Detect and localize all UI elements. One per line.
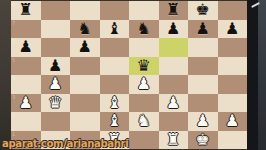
square-d8[interactable] <box>100 1 130 20</box>
piece-black-rook-a8[interactable]: ♜ <box>11 1 41 20</box>
square-d3[interactable]: ♝ <box>100 94 130 113</box>
square-a2[interactable]: 2 <box>11 112 41 131</box>
square-c2[interactable] <box>70 112 100 131</box>
piece-white-knight-e2[interactable]: ♞ <box>129 112 159 131</box>
square-c3[interactable] <box>70 94 100 113</box>
square-g5[interactable] <box>188 57 218 76</box>
square-d6[interactable] <box>100 38 130 57</box>
square-b3[interactable]: ♛ <box>41 94 71 113</box>
square-a5[interactable]: 5 <box>11 57 41 76</box>
piece-black-rook-f8[interactable]: ♜ <box>159 1 189 20</box>
square-d2[interactable]: ♝ <box>100 112 130 131</box>
video-frame: 8♜♜♚7♞♝♞♟♟♟6♟♟5♟♛4♟♟3♟♛♝♟2♝♞♟♟1♜♜♚ apara… <box>0 0 266 150</box>
piece-black-pawn-c6[interactable]: ♟ <box>70 38 100 57</box>
square-g3[interactable] <box>188 94 218 113</box>
piece-white-pawn-e4[interactable]: ♟ <box>129 75 159 94</box>
square-b6[interactable] <box>41 38 71 57</box>
square-a3[interactable]: 3♟ <box>11 94 41 113</box>
square-b7[interactable] <box>41 20 71 39</box>
square-h8[interactable] <box>218 1 248 20</box>
square-b2[interactable] <box>41 112 71 131</box>
square-f2[interactable] <box>159 112 189 131</box>
square-d4[interactable] <box>100 75 130 94</box>
piece-white-pawn-f3[interactable]: ♟ <box>159 94 189 113</box>
piece-white-king-g1[interactable]: ♚ <box>188 131 218 150</box>
piece-black-pawn-h7[interactable]: ♟ <box>218 20 248 39</box>
piece-black-king-g8[interactable]: ♚ <box>188 1 218 20</box>
piece-white-pawn-h2[interactable]: ♟ <box>218 112 248 131</box>
square-e4[interactable]: ♟ <box>129 75 159 94</box>
piece-white-bishop-d3[interactable]: ♝ <box>100 94 130 113</box>
square-f4[interactable] <box>159 75 189 94</box>
square-c8[interactable] <box>70 1 100 20</box>
square-h4[interactable] <box>218 75 248 94</box>
square-d7[interactable]: ♝ <box>100 20 130 39</box>
square-f7[interactable]: ♟ <box>159 20 189 39</box>
square-a4[interactable]: 4 <box>11 75 41 94</box>
square-g1[interactable]: ♚ <box>188 131 218 150</box>
square-h6[interactable] <box>218 38 248 57</box>
square-g7[interactable]: ♟ <box>188 20 218 39</box>
rank-label-7: 7 <box>12 20 15 26</box>
frame-right-bar <box>247 0 266 150</box>
piece-black-bishop-d7[interactable]: ♝ <box>100 20 130 39</box>
watermark: aparat.com/arianabahri <box>2 138 128 149</box>
square-e8[interactable] <box>129 1 159 20</box>
piece-white-rook-f1[interactable]: ♜ <box>159 131 189 150</box>
square-f3[interactable]: ♟ <box>159 94 189 113</box>
square-a8[interactable]: 8♜ <box>11 1 41 20</box>
square-a6[interactable]: 6♟ <box>11 38 41 57</box>
square-e3[interactable] <box>129 94 159 113</box>
piece-black-pawn-b5[interactable]: ♟ <box>41 57 71 76</box>
square-e5[interactable]: ♛ <box>129 57 159 76</box>
square-h1[interactable] <box>218 131 248 150</box>
square-e1[interactable] <box>129 131 159 150</box>
frame-right-edge <box>258 0 266 150</box>
rank-label-2: 2 <box>12 112 15 118</box>
piece-black-pawn-f7[interactable]: ♟ <box>159 20 189 39</box>
square-c7[interactable]: ♞ <box>70 20 100 39</box>
square-f8[interactable]: ♜ <box>159 1 189 20</box>
square-c6[interactable]: ♟ <box>70 38 100 57</box>
square-e2[interactable]: ♞ <box>129 112 159 131</box>
piece-black-pawn-g7[interactable]: ♟ <box>188 20 218 39</box>
chess-board: 8♜♜♚7♞♝♞♟♟♟6♟♟5♟♛4♟♟3♟♛♝♟2♝♞♟♟1♜♜♚ <box>11 1 247 149</box>
square-b8[interactable] <box>41 1 71 20</box>
piece-black-knight-c7[interactable]: ♞ <box>70 20 100 39</box>
square-h3[interactable] <box>218 94 248 113</box>
square-f5[interactable] <box>159 57 189 76</box>
piece-black-knight-e7[interactable]: ♞ <box>129 20 159 39</box>
square-b4[interactable]: ♟ <box>41 75 71 94</box>
square-g8[interactable]: ♚ <box>188 1 218 20</box>
piece-white-queen-b3[interactable]: ♛ <box>41 94 71 113</box>
rank-label-4: 4 <box>12 75 15 81</box>
rank-label-5: 5 <box>12 57 15 63</box>
piece-white-bishop-d2[interactable]: ♝ <box>100 112 130 131</box>
piece-black-queen-e5[interactable]: ♛ <box>129 57 159 76</box>
piece-white-pawn-g2[interactable]: ♟ <box>188 112 218 131</box>
square-g6[interactable] <box>188 38 218 57</box>
square-g2[interactable]: ♟ <box>188 112 218 131</box>
square-f6[interactable] <box>159 38 189 57</box>
square-e6[interactable] <box>129 38 159 57</box>
piece-white-pawn-a3[interactable]: ♟ <box>11 94 41 113</box>
piece-black-pawn-a6[interactable]: ♟ <box>11 38 41 57</box>
piece-white-pawn-b4[interactable]: ♟ <box>41 75 71 94</box>
square-g4[interactable] <box>188 75 218 94</box>
square-f1[interactable]: ♜ <box>159 131 189 150</box>
square-a7[interactable]: 7 <box>11 20 41 39</box>
square-c4[interactable] <box>70 75 100 94</box>
square-h2[interactable]: ♟ <box>218 112 248 131</box>
square-b5[interactable]: ♟ <box>41 57 71 76</box>
square-e7[interactable]: ♞ <box>129 20 159 39</box>
rank-label-1: 1 <box>12 131 15 137</box>
square-h7[interactable]: ♟ <box>218 20 248 39</box>
board-left-border <box>0 0 11 150</box>
square-d5[interactable] <box>100 57 130 76</box>
square-c5[interactable] <box>70 57 100 76</box>
square-h5[interactable] <box>218 57 248 76</box>
